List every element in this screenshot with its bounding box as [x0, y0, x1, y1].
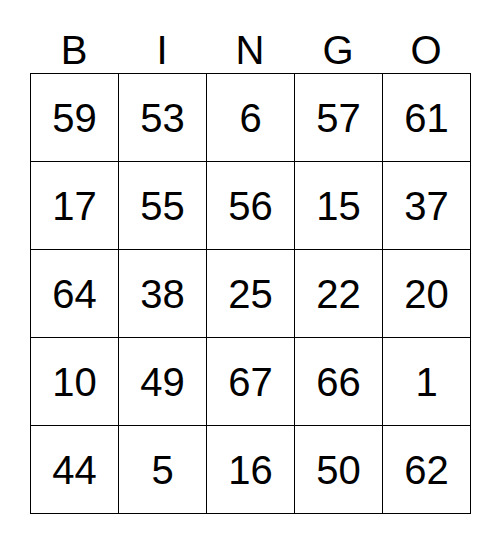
- cell-r2c3[interactable]: 56: [207, 162, 295, 250]
- bingo-header: B I N G O: [30, 26, 470, 73]
- cell-r1c3[interactable]: 6: [207, 74, 295, 162]
- cell-r5c1[interactable]: 44: [31, 426, 119, 514]
- cell-r1c2[interactable]: 53: [119, 74, 207, 162]
- cell-r4c5[interactable]: 1: [383, 338, 471, 426]
- cell-r4c1[interactable]: 10: [31, 338, 119, 426]
- cell-r2c2[interactable]: 55: [119, 162, 207, 250]
- cell-r4c4[interactable]: 66: [295, 338, 383, 426]
- bingo-grid: 59 53 6 57 61 17 55 56 15 37 64 38 25 22…: [30, 73, 471, 514]
- column-header-i: I: [118, 26, 206, 73]
- cell-r5c2[interactable]: 5: [119, 426, 207, 514]
- cell-r3c5[interactable]: 20: [383, 250, 471, 338]
- cell-r1c4[interactable]: 57: [295, 74, 383, 162]
- cell-r5c3[interactable]: 16: [207, 426, 295, 514]
- column-header-g: G: [294, 26, 382, 73]
- cell-r1c5[interactable]: 61: [383, 74, 471, 162]
- cell-r2c5[interactable]: 37: [383, 162, 471, 250]
- cell-r2c1[interactable]: 17: [31, 162, 119, 250]
- cell-r3c3[interactable]: 25: [207, 250, 295, 338]
- column-header-o: O: [382, 26, 470, 73]
- column-header-n: N: [206, 26, 294, 73]
- cell-r3c4[interactable]: 22: [295, 250, 383, 338]
- column-header-b: B: [30, 26, 118, 73]
- cell-r4c3[interactable]: 67: [207, 338, 295, 426]
- cell-r1c1[interactable]: 59: [31, 74, 119, 162]
- cell-r3c1[interactable]: 64: [31, 250, 119, 338]
- cell-r3c2[interactable]: 38: [119, 250, 207, 338]
- cell-r4c2[interactable]: 49: [119, 338, 207, 426]
- cell-r5c4[interactable]: 50: [295, 426, 383, 514]
- cell-r2c4[interactable]: 15: [295, 162, 383, 250]
- cell-r5c5[interactable]: 62: [383, 426, 471, 514]
- bingo-card: B I N G O 59 53 6 57 61 17 55 56 15 37 6…: [0, 0, 500, 544]
